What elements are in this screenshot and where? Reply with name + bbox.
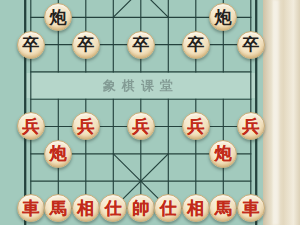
piece-black-a3[interactable]: 卒 [17,31,45,59]
piece-red-g6[interactable]: 兵 [182,112,210,140]
piece-red-h9[interactable]: 馬 [209,194,237,222]
piece-red-b9[interactable]: 馬 [44,194,72,222]
piece-red-h7[interactable]: 炮 [209,140,237,168]
piece-black-c3[interactable]: 卒 [72,31,100,59]
piece-red-c6[interactable]: 兵 [72,112,100,140]
piece-red-c9[interactable]: 相 [72,194,100,222]
piece-red-a6[interactable]: 兵 [17,112,45,140]
piece-black-b2[interactable]: 炮 [44,3,72,31]
piece-red-e6[interactable]: 兵 [127,112,155,140]
piece-red-f9[interactable]: 仕 [154,194,182,222]
piece-red-i6[interactable]: 兵 [237,112,265,140]
piece-black-i3[interactable]: 卒 [237,31,265,59]
xiangqi-screenshot: 象棋课堂 炮炮卒卒卒卒卒兵兵兵兵兵炮炮車馬相仕帥仕相馬車 [0,0,300,225]
piece-black-e3[interactable]: 卒 [127,31,155,59]
piece-black-h2[interactable]: 炮 [209,3,237,31]
piece-red-e9[interactable]: 帥 [127,194,155,222]
piece-red-b7[interactable]: 炮 [44,140,72,168]
background-paper-strip [263,0,300,225]
piece-red-g9[interactable]: 相 [182,194,210,222]
pieces-grid[interactable]: 炮炮卒卒卒卒卒兵兵兵兵兵炮炮車馬相仕帥仕相馬車 [17,0,265,222]
piece-red-a9[interactable]: 車 [17,194,45,222]
piece-red-d9[interactable]: 仕 [99,194,127,222]
piece-red-i9[interactable]: 車 [237,194,265,222]
piece-black-g3[interactable]: 卒 [182,31,210,59]
